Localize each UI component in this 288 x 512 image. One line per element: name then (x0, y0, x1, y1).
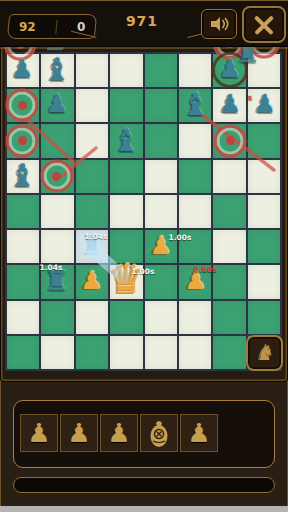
sound-button[interactable] (201, 9, 237, 39)
pawn-icon: ♟ (27, 420, 50, 446)
tray-slot-5-pawn[interactable]: ♟ (180, 414, 218, 452)
enemy-bishop: ♝ (177, 86, 213, 122)
pawn-icon: ♟ (67, 420, 90, 446)
score-divider (55, 20, 57, 34)
enemy-bishop: ♝ (108, 121, 144, 157)
game-screen: ♟♝♟♟♝♟♟♝♝♜♟♜♟♛♟♜♜1.04s1.00s1.04s1.00s0.8… (0, 0, 288, 512)
move-timer: s (248, 93, 252, 102)
knight-ability-button[interactable]: ♞ (246, 335, 283, 371)
tray-slot-2-pawn[interactable]: ♟ (60, 414, 98, 452)
board: ♟♝♟♟♝♟♟♝♝♜♟♜♟♛♟♜♜1.04s1.00s1.04s1.00s0.8… (5, 52, 282, 371)
speaker-icon (208, 14, 230, 34)
move-timer: 0.80s (194, 265, 217, 274)
top-bar: 92 0 971 (0, 0, 288, 47)
grenade-icon (147, 417, 171, 449)
enemy-pawn: ♟ (212, 86, 248, 122)
screen-bottom-strip (0, 506, 288, 512)
pawn-icon: ♟ (187, 420, 210, 446)
move-timer: 1.00s (169, 233, 192, 242)
attack-target-marker (40, 160, 73, 193)
move-timer: 1.04s (85, 232, 108, 241)
attack-target-marker (6, 124, 39, 157)
piece-tray: ♟♟♟♟ (13, 400, 275, 468)
enemy-pawn: ♟ (4, 50, 40, 86)
coin-value: 971 (126, 13, 158, 29)
knight-icon: ♞ (255, 342, 275, 364)
tray-slot-3-pawn[interactable]: ♟ (100, 414, 138, 452)
attack-target-marker (214, 124, 247, 157)
close-button[interactable] (242, 6, 286, 43)
enemy-pawn: ♟ (39, 86, 75, 122)
score-value: 92 (19, 20, 36, 34)
pawn-icon: ♟ (107, 420, 130, 446)
tray-slot-4-grenade[interactable] (140, 414, 178, 452)
enemy-pawn: ♟ (247, 86, 283, 122)
attack-target-marker (6, 89, 39, 122)
progress-bar (13, 477, 275, 493)
tray-slot-1-pawn[interactable]: ♟ (20, 414, 58, 452)
enemy-bishop: ♝ (4, 157, 40, 193)
coin-banner: 971 (94, 8, 190, 34)
move-timer: 1.04s (40, 263, 63, 272)
move-timer: 1.00s (132, 267, 155, 276)
